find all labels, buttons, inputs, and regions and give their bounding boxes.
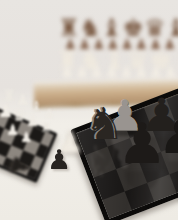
loose-pieces: ♟♟♟: [0, 0, 178, 220]
black-pawn-loose-icon: ♟: [47, 146, 71, 173]
chess-sets-photo: ♜♞♝♚♛♝♞♜♟♟♟♟♟♟♟♟♜♞♝♛♚♝♞♜♟♟♟♟♟♟♟♟ ♜♟♝♟♟♛♟…: [0, 0, 178, 220]
black-pawn-fallen-icon: ♟: [6, 153, 35, 180]
